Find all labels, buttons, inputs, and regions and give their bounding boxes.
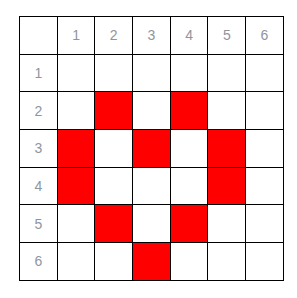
grid-cell-r2-c1[interactable] <box>58 92 96 130</box>
col-header-4: 4 <box>171 17 209 55</box>
col-header-3: 3 <box>133 17 171 55</box>
col-header-1: 1 <box>58 17 96 55</box>
grid-cell-r1-c5[interactable] <box>208 55 246 93</box>
grid-cell-r5-c3[interactable] <box>133 205 171 243</box>
grid-cell-r3-c1[interactable] <box>58 130 96 168</box>
grid-cell-r1-c4[interactable] <box>171 55 209 93</box>
grid-cell-r3-c3[interactable] <box>133 130 171 168</box>
grid-cell-r2-c5[interactable] <box>208 92 246 130</box>
grid-cell-r1-c2[interactable] <box>95 55 133 93</box>
col-header-2: 2 <box>95 17 133 55</box>
grid-cell-r5-c5[interactable] <box>208 205 246 243</box>
row-header-6: 6 <box>20 243 58 281</box>
grid-cell-r6-c4[interactable] <box>171 243 209 281</box>
corner-cell <box>20 17 58 55</box>
grid-cell-r4-c3[interactable] <box>133 168 171 206</box>
grid-cell-r5-c2[interactable] <box>95 205 133 243</box>
col-header-5: 5 <box>208 17 246 55</box>
grid-cell-r5-c1[interactable] <box>58 205 96 243</box>
col-header-6: 6 <box>246 17 284 55</box>
row-header-1: 1 <box>20 55 58 93</box>
grid-cell-r6-c5[interactable] <box>208 243 246 281</box>
row-header-4: 4 <box>20 168 58 206</box>
row-header-2: 2 <box>20 92 58 130</box>
grid-cell-r4-c1[interactable] <box>58 168 96 206</box>
grid-cell-r4-c4[interactable] <box>171 168 209 206</box>
grid-cell-r4-c5[interactable] <box>208 168 246 206</box>
grid-cell-r2-c6[interactable] <box>246 92 284 130</box>
grid-cell-r4-c6[interactable] <box>246 168 284 206</box>
coordinate-grid: 123456123456 <box>19 16 284 281</box>
grid-cell-r5-c4[interactable] <box>171 205 209 243</box>
grid-cell-r1-c6[interactable] <box>246 55 284 93</box>
grid-cell-r2-c3[interactable] <box>133 92 171 130</box>
grid-cell-r3-c6[interactable] <box>246 130 284 168</box>
grid-cell-r1-c3[interactable] <box>133 55 171 93</box>
grid-cell-r6-c3[interactable] <box>133 243 171 281</box>
grid-cell-r1-c1[interactable] <box>58 55 96 93</box>
grid-cell-r2-c4[interactable] <box>171 92 209 130</box>
grid-cell-r6-c2[interactable] <box>95 243 133 281</box>
grid-cell-r3-c2[interactable] <box>95 130 133 168</box>
grid-cell-r6-c6[interactable] <box>246 243 284 281</box>
grid-cell-r3-c4[interactable] <box>171 130 209 168</box>
grid-cell-r4-c2[interactable] <box>95 168 133 206</box>
row-header-3: 3 <box>20 130 58 168</box>
grid-cell-r2-c2[interactable] <box>95 92 133 130</box>
grid-cell-r6-c1[interactable] <box>58 243 96 281</box>
grid-cell-r3-c5[interactable] <box>208 130 246 168</box>
grid-cell-r5-c6[interactable] <box>246 205 284 243</box>
row-header-5: 5 <box>20 205 58 243</box>
